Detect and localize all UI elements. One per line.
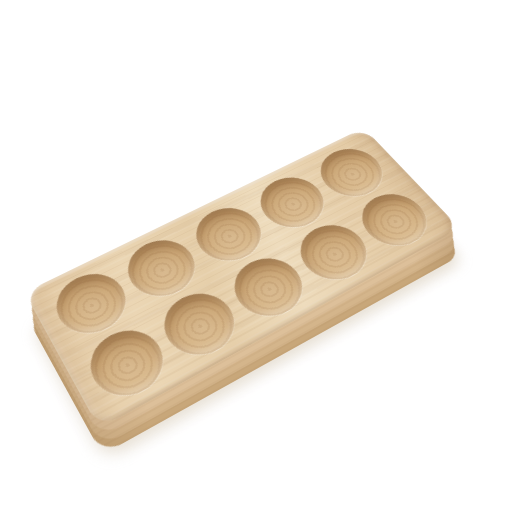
photo-background: 0000000000 — [0, 0, 510, 510]
mancala-board: 0000000000 — [43, 177, 453, 342]
